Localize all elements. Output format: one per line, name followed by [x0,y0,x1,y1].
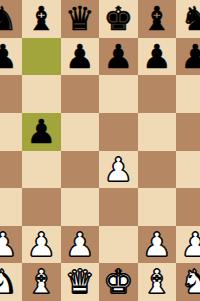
square-g5[interactable] [176,113,200,151]
white-bishop-f1[interactable]: ♝ [142,263,172,301]
square-g8[interactable]: ♞ [176,0,200,38]
white-knight-g1[interactable]: ♞ [180,263,200,301]
square-f4[interactable] [138,151,177,189]
black-queen-d8[interactable]: ♛ [65,0,95,38]
square-g6[interactable] [176,75,200,113]
square-e6[interactable] [99,75,138,113]
square-c8[interactable]: ♝ [22,0,61,38]
square-c7-lastmove-highlight[interactable] [22,38,61,76]
square-c5-lastmove-highlight[interactable]: ♟ [22,113,61,151]
square-c6[interactable] [22,75,61,113]
square-d7[interactable]: ♟ [61,38,100,76]
white-knight-b1[interactable]: ♞ [0,263,18,301]
square-b4[interactable] [0,151,22,189]
square-d5[interactable] [61,113,100,151]
square-e2[interactable] [99,226,138,264]
white-pawn-f2[interactable]: ♟ [142,226,172,264]
square-e5[interactable] [99,113,138,151]
square-f1[interactable]: ♝ [138,263,177,301]
square-e8[interactable]: ♚ [99,0,138,38]
square-c2[interactable]: ♟ [22,226,61,264]
white-king-e1[interactable]: ♚ [103,263,133,301]
black-knight-g8[interactable]: ♞ [180,0,200,38]
square-e1[interactable]: ♚ [99,263,138,301]
white-queen-d1[interactable]: ♛ [65,263,95,301]
black-bishop-f8[interactable]: ♝ [142,0,172,38]
square-d4[interactable] [61,151,100,189]
square-e3[interactable] [99,188,138,226]
chess-board-viewport: ♞♝♛♚♝♞♟♟♟♟♟♟♟♟♟♟♟♟♞♝♛♚♝♞ [0,0,200,301]
black-pawn-d7[interactable]: ♟ [65,38,95,76]
black-bishop-c8[interactable]: ♝ [26,0,56,38]
white-pawn-g2[interactable]: ♟ [180,226,200,264]
white-pawn-b2[interactable]: ♟ [0,226,18,264]
square-d6[interactable] [61,75,100,113]
white-bishop-c1[interactable]: ♝ [26,263,56,301]
square-b6[interactable] [0,75,22,113]
square-d2[interactable]: ♟ [61,226,100,264]
square-b7[interactable]: ♟ [0,38,22,76]
square-b3[interactable] [0,188,22,226]
black-pawn-e7[interactable]: ♟ [103,38,133,76]
square-f6[interactable] [138,75,177,113]
black-pawn-b7[interactable]: ♟ [0,38,18,76]
white-pawn-d2[interactable]: ♟ [65,226,95,264]
square-c1[interactable]: ♝ [22,263,61,301]
square-b2[interactable]: ♟ [0,226,22,264]
square-b1[interactable]: ♞ [0,263,22,301]
square-c3[interactable] [22,188,61,226]
square-g4[interactable] [176,151,200,189]
square-g7[interactable]: ♟ [176,38,200,76]
square-g2[interactable]: ♟ [176,226,200,264]
chess-board: ♞♝♛♚♝♞♟♟♟♟♟♟♟♟♟♟♟♟♞♝♛♚♝♞ [0,0,200,301]
white-pawn-e4[interactable]: ♟ [103,151,133,189]
black-pawn-g7[interactable]: ♟ [180,38,200,76]
square-d1[interactable]: ♛ [61,263,100,301]
black-pawn-f7[interactable]: ♟ [142,38,172,76]
square-d3[interactable] [61,188,100,226]
square-b5[interactable] [0,113,22,151]
square-e4[interactable]: ♟ [99,151,138,189]
black-knight-b8[interactable]: ♞ [0,0,18,38]
square-f2[interactable]: ♟ [138,226,177,264]
square-f5[interactable] [138,113,177,151]
black-pawn-c5[interactable]: ♟ [26,113,56,151]
square-g3[interactable] [176,188,200,226]
square-f8[interactable]: ♝ [138,0,177,38]
black-king-e8[interactable]: ♚ [103,0,133,38]
square-b8[interactable]: ♞ [0,0,22,38]
square-d8[interactable]: ♛ [61,0,100,38]
square-e7[interactable]: ♟ [99,38,138,76]
square-c4[interactable] [22,151,61,189]
square-f7[interactable]: ♟ [138,38,177,76]
square-g1[interactable]: ♞ [176,263,200,301]
square-f3[interactable] [138,188,177,226]
white-pawn-c2[interactable]: ♟ [26,226,56,264]
